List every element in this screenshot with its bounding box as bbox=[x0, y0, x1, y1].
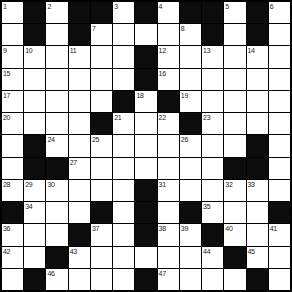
clue-number: 28 bbox=[3, 180, 10, 189]
white-cell-r9c11[interactable] bbox=[247, 202, 268, 223]
white-cell-r8c12[interactable] bbox=[269, 180, 290, 201]
black-cell-r0c1 bbox=[24, 2, 45, 23]
white-cell-r6c0[interactable] bbox=[2, 135, 23, 156]
clue-number: 25 bbox=[92, 135, 99, 144]
black-cell-r10c9 bbox=[202, 224, 223, 245]
black-cell-r5c8 bbox=[180, 113, 201, 134]
black-cell-r1c1 bbox=[24, 24, 45, 45]
white-cell-r12c12[interactable] bbox=[269, 269, 290, 290]
white-cell-r7c3[interactable]: 27 bbox=[69, 158, 90, 179]
clue-number: 7 bbox=[92, 24, 96, 33]
clue-number: 12 bbox=[159, 46, 166, 55]
clue-number: 31 bbox=[159, 180, 166, 189]
white-cell-r11c1[interactable] bbox=[24, 247, 45, 268]
white-cell-r11c4[interactable] bbox=[91, 247, 112, 268]
clue-number: 17 bbox=[3, 91, 10, 100]
white-cell-r12c2[interactable]: 46 bbox=[46, 269, 67, 290]
white-cell-r2c5[interactable] bbox=[113, 46, 134, 67]
white-cell-r4c0[interactable]: 17 bbox=[2, 91, 23, 112]
white-cell-r10c5[interactable] bbox=[113, 224, 134, 245]
white-cell-r3c0[interactable]: 15 bbox=[2, 69, 23, 90]
white-cell-r7c6[interactable] bbox=[135, 158, 156, 179]
white-cell-r2c4[interactable] bbox=[91, 46, 112, 67]
white-cell-r0c5[interactable]: 3 bbox=[113, 2, 134, 23]
white-cell-r10c8[interactable]: 39 bbox=[180, 224, 201, 245]
clue-number: 40 bbox=[225, 224, 232, 233]
clue-number: 2 bbox=[47, 2, 51, 11]
white-cell-r8c8[interactable] bbox=[180, 180, 201, 201]
white-cell-r3c2[interactable] bbox=[46, 69, 67, 90]
white-cell-r9c9[interactable]: 35 bbox=[202, 202, 223, 223]
white-cell-r5c11[interactable] bbox=[247, 113, 268, 134]
white-cell-r7c5[interactable] bbox=[113, 158, 134, 179]
white-cell-r5c2[interactable] bbox=[46, 113, 67, 134]
black-cell-r10c6 bbox=[135, 224, 156, 245]
white-cell-r6c10[interactable] bbox=[224, 135, 245, 156]
white-cell-r9c10[interactable] bbox=[224, 202, 245, 223]
white-cell-r8c3[interactable] bbox=[69, 180, 90, 201]
white-cell-r3c7[interactable]: 16 bbox=[158, 69, 179, 90]
clue-number: 5 bbox=[225, 2, 229, 11]
black-cell-r4c5 bbox=[113, 91, 134, 112]
clue-number: 30 bbox=[47, 180, 54, 189]
white-cell-r8c5[interactable] bbox=[113, 180, 134, 201]
black-cell-r7c2 bbox=[46, 158, 67, 179]
white-cell-r1c6[interactable] bbox=[135, 24, 156, 45]
white-cell-r2c12[interactable] bbox=[269, 46, 290, 67]
black-cell-r7c11 bbox=[247, 158, 268, 179]
black-cell-r0c3 bbox=[69, 2, 90, 23]
white-cell-r11c9[interactable]: 44 bbox=[202, 247, 223, 268]
black-cell-r12c6 bbox=[135, 269, 156, 290]
clue-number: 23 bbox=[203, 113, 210, 122]
white-cell-r4c11[interactable] bbox=[247, 91, 268, 112]
clue-number: 34 bbox=[25, 202, 32, 211]
clue-number: 37 bbox=[92, 224, 99, 233]
black-cell-r1c3 bbox=[69, 24, 90, 45]
white-cell-r7c8[interactable] bbox=[180, 158, 201, 179]
black-cell-r10c3 bbox=[69, 224, 90, 245]
white-cell-r12c5[interactable] bbox=[113, 269, 134, 290]
white-cell-r11c8[interactable] bbox=[180, 247, 201, 268]
white-cell-r1c5[interactable] bbox=[113, 24, 134, 45]
white-cell-r3c5[interactable] bbox=[113, 69, 134, 90]
white-cell-r2c0[interactable]: 9 bbox=[2, 46, 23, 67]
clue-number: 45 bbox=[248, 247, 255, 256]
clue-number: 46 bbox=[47, 269, 54, 278]
clue-number: 41 bbox=[270, 224, 277, 233]
black-cell-r9c0 bbox=[2, 202, 23, 223]
clue-number: 1 bbox=[3, 2, 7, 11]
white-cell-r0c7[interactable]: 4 bbox=[158, 2, 179, 23]
clue-number: 14 bbox=[248, 46, 255, 55]
white-cell-r6c8[interactable]: 26 bbox=[180, 135, 201, 156]
white-cell-r3c11[interactable] bbox=[247, 69, 268, 90]
white-cell-r5c10[interactable] bbox=[224, 113, 245, 134]
white-cell-r0c2[interactable]: 2 bbox=[46, 2, 67, 23]
black-cell-r11c10 bbox=[224, 247, 245, 268]
clue-number: 20 bbox=[3, 113, 10, 122]
white-cell-r7c0[interactable] bbox=[2, 158, 23, 179]
black-cell-r9c4 bbox=[91, 202, 112, 223]
black-cell-r6c11 bbox=[247, 135, 268, 156]
white-cell-r7c12[interactable] bbox=[269, 158, 290, 179]
white-cell-r9c3[interactable] bbox=[69, 202, 90, 223]
clue-number: 4 bbox=[159, 2, 163, 11]
clue-number: 24 bbox=[47, 135, 54, 144]
clue-number: 19 bbox=[181, 91, 188, 100]
crossword-grid: 1234567891011121314151617181920212223242… bbox=[0, 0, 292, 292]
white-cell-r5c3[interactable] bbox=[69, 113, 90, 134]
clue-number: 35 bbox=[203, 202, 210, 211]
white-cell-r2c11[interactable]: 14 bbox=[247, 46, 268, 67]
clue-number: 47 bbox=[159, 269, 166, 278]
black-cell-r3c6 bbox=[135, 69, 156, 90]
white-cell-r11c3[interactable]: 43 bbox=[69, 247, 90, 268]
white-cell-r11c0[interactable]: 42 bbox=[2, 247, 23, 268]
white-cell-r6c7[interactable] bbox=[158, 135, 179, 156]
white-cell-r12c3[interactable] bbox=[69, 269, 90, 290]
clue-number: 21 bbox=[114, 113, 121, 122]
black-cell-r12c1 bbox=[24, 269, 45, 290]
clue-number: 43 bbox=[70, 247, 77, 256]
white-cell-r8c10[interactable]: 32 bbox=[224, 180, 245, 201]
white-cell-r8c4[interactable] bbox=[91, 180, 112, 201]
white-cell-r10c0[interactable]: 36 bbox=[2, 224, 23, 245]
white-cell-r7c4[interactable] bbox=[91, 158, 112, 179]
black-cell-r1c9 bbox=[202, 24, 223, 45]
white-cell-r12c8[interactable] bbox=[180, 269, 201, 290]
clue-number: 33 bbox=[248, 180, 255, 189]
white-cell-r0c10[interactable]: 5 bbox=[224, 2, 245, 23]
white-cell-r2c1[interactable]: 10 bbox=[24, 46, 45, 67]
white-cell-r1c10[interactable] bbox=[224, 24, 245, 45]
black-cell-r9c8 bbox=[180, 202, 201, 223]
clue-number: 26 bbox=[181, 135, 188, 144]
white-cell-r6c4[interactable]: 25 bbox=[91, 135, 112, 156]
black-cell-r7c10 bbox=[224, 158, 245, 179]
white-cell-r8c9[interactable] bbox=[202, 180, 223, 201]
white-cell-r5c0[interactable]: 20 bbox=[2, 113, 23, 134]
white-cell-r11c11[interactable]: 45 bbox=[247, 247, 268, 268]
white-cell-r7c9[interactable] bbox=[202, 158, 223, 179]
white-cell-r9c7[interactable] bbox=[158, 202, 179, 223]
black-cell-r4c7 bbox=[158, 91, 179, 112]
white-cell-r3c9[interactable] bbox=[202, 69, 223, 90]
white-cell-r7c7[interactable] bbox=[158, 158, 179, 179]
clue-number: 36 bbox=[3, 224, 10, 233]
black-cell-r0c8 bbox=[180, 2, 201, 23]
clue-number: 18 bbox=[136, 91, 143, 100]
white-cell-r10c10[interactable]: 40 bbox=[224, 224, 245, 245]
clue-number: 27 bbox=[70, 158, 77, 167]
clue-number: 44 bbox=[203, 247, 210, 256]
white-cell-r5c6[interactable] bbox=[135, 113, 156, 134]
white-cell-r3c12[interactable] bbox=[269, 69, 290, 90]
white-cell-r11c5[interactable] bbox=[113, 247, 134, 268]
white-cell-r4c4[interactable] bbox=[91, 91, 112, 112]
white-cell-r8c0[interactable]: 28 bbox=[2, 180, 23, 201]
white-cell-r8c7[interactable]: 31 bbox=[158, 180, 179, 201]
clue-number: 42 bbox=[3, 247, 10, 256]
white-cell-r6c6[interactable] bbox=[135, 135, 156, 156]
white-cell-r9c5[interactable] bbox=[113, 202, 134, 223]
white-cell-r4c3[interactable] bbox=[69, 91, 90, 112]
black-cell-r9c12 bbox=[269, 202, 290, 223]
white-cell-r0c12[interactable]: 6 bbox=[269, 2, 290, 23]
clue-number: 32 bbox=[225, 180, 232, 189]
white-cell-r8c2[interactable]: 30 bbox=[46, 180, 67, 201]
white-cell-r6c9[interactable] bbox=[202, 135, 223, 156]
black-cell-r5c4 bbox=[91, 113, 112, 134]
white-cell-r6c2[interactable]: 24 bbox=[46, 135, 67, 156]
white-cell-r6c5[interactable] bbox=[113, 135, 134, 156]
white-cell-r1c7[interactable] bbox=[158, 24, 179, 45]
clue-number: 13 bbox=[203, 46, 210, 55]
white-cell-r4c10[interactable] bbox=[224, 91, 245, 112]
black-cell-r9c6 bbox=[135, 202, 156, 223]
white-cell-r5c5[interactable]: 21 bbox=[113, 113, 134, 134]
black-cell-r6c1 bbox=[24, 135, 45, 156]
white-cell-r3c4[interactable] bbox=[91, 69, 112, 90]
white-cell-r0c0[interactable]: 1 bbox=[2, 2, 23, 23]
black-cell-r0c6 bbox=[135, 2, 156, 23]
white-cell-r9c1[interactable]: 34 bbox=[24, 202, 45, 223]
clue-number: 22 bbox=[159, 113, 166, 122]
white-cell-r10c1[interactable] bbox=[24, 224, 45, 245]
white-cell-r5c7[interactable]: 22 bbox=[158, 113, 179, 134]
white-cell-r6c12[interactable] bbox=[269, 135, 290, 156]
white-cell-r12c9[interactable] bbox=[202, 269, 223, 290]
clue-number: 10 bbox=[25, 46, 32, 55]
white-cell-r4c12[interactable] bbox=[269, 91, 290, 112]
clue-number: 38 bbox=[159, 224, 166, 233]
clue-number: 15 bbox=[3, 69, 10, 78]
white-cell-r12c4[interactable] bbox=[91, 269, 112, 290]
white-cell-r4c2[interactable] bbox=[46, 91, 67, 112]
white-cell-r9c2[interactable] bbox=[46, 202, 67, 223]
clue-number: 9 bbox=[3, 46, 7, 55]
white-cell-r2c3[interactable]: 11 bbox=[69, 46, 90, 67]
white-cell-r2c9[interactable]: 13 bbox=[202, 46, 223, 67]
white-cell-r1c2[interactable] bbox=[46, 24, 67, 45]
white-cell-r12c0[interactable] bbox=[2, 269, 23, 290]
black-cell-r11c2 bbox=[46, 247, 67, 268]
white-cell-r3c1[interactable] bbox=[24, 69, 45, 90]
white-cell-r3c10[interactable] bbox=[224, 69, 245, 90]
white-cell-r2c2[interactable] bbox=[46, 46, 67, 67]
white-cell-r8c11[interactable]: 33 bbox=[247, 180, 268, 201]
white-cell-r5c1[interactable] bbox=[24, 113, 45, 134]
clue-number: 6 bbox=[270, 2, 274, 11]
clue-number: 11 bbox=[70, 46, 77, 55]
white-cell-r1c12[interactable] bbox=[269, 24, 290, 45]
white-cell-r10c4[interactable]: 37 bbox=[91, 224, 112, 245]
white-cell-r11c7[interactable] bbox=[158, 247, 179, 268]
white-cell-r10c12[interactable]: 41 bbox=[269, 224, 290, 245]
white-cell-r2c7[interactable]: 12 bbox=[158, 46, 179, 67]
black-cell-r12c11 bbox=[247, 269, 268, 290]
black-cell-r8c6 bbox=[135, 180, 156, 201]
black-cell-r0c9 bbox=[202, 2, 223, 23]
white-cell-r10c7[interactable]: 38 bbox=[158, 224, 179, 245]
white-cell-r12c10[interactable] bbox=[224, 269, 245, 290]
clue-number: 16 bbox=[159, 69, 166, 78]
white-cell-r4c8[interactable]: 19 bbox=[180, 91, 201, 112]
black-cell-r7c1 bbox=[24, 158, 45, 179]
white-cell-r4c6[interactable]: 18 bbox=[135, 91, 156, 112]
white-cell-r1c4[interactable]: 7 bbox=[91, 24, 112, 45]
clue-number: 29 bbox=[25, 180, 32, 189]
clue-number: 3 bbox=[114, 2, 118, 11]
black-cell-r0c11 bbox=[247, 2, 268, 23]
white-cell-r4c9[interactable] bbox=[202, 91, 223, 112]
white-cell-r5c12[interactable] bbox=[269, 113, 290, 134]
clue-number: 8 bbox=[181, 24, 185, 33]
white-cell-r8c1[interactable]: 29 bbox=[24, 180, 45, 201]
white-cell-r1c8[interactable]: 8 bbox=[180, 24, 201, 45]
clue-number: 39 bbox=[181, 224, 188, 233]
white-cell-r6c3[interactable] bbox=[69, 135, 90, 156]
white-cell-r10c2[interactable] bbox=[46, 224, 67, 245]
white-cell-r10c11[interactable] bbox=[247, 224, 268, 245]
white-cell-r3c3[interactable] bbox=[69, 69, 90, 90]
white-cell-r4c1[interactable] bbox=[24, 91, 45, 112]
black-cell-r1c11 bbox=[247, 24, 268, 45]
white-cell-r11c6[interactable] bbox=[135, 247, 156, 268]
white-cell-r2c10[interactable] bbox=[224, 46, 245, 67]
black-cell-r2c6 bbox=[135, 46, 156, 67]
white-cell-r12c7[interactable]: 47 bbox=[158, 269, 179, 290]
black-cell-r0c4 bbox=[91, 2, 112, 23]
white-cell-r1c0[interactable] bbox=[2, 24, 23, 45]
white-cell-r5c9[interactable]: 23 bbox=[202, 113, 223, 134]
white-cell-r3c8[interactable] bbox=[180, 69, 201, 90]
white-cell-r2c8[interactable] bbox=[180, 46, 201, 67]
white-cell-r11c12[interactable] bbox=[269, 247, 290, 268]
